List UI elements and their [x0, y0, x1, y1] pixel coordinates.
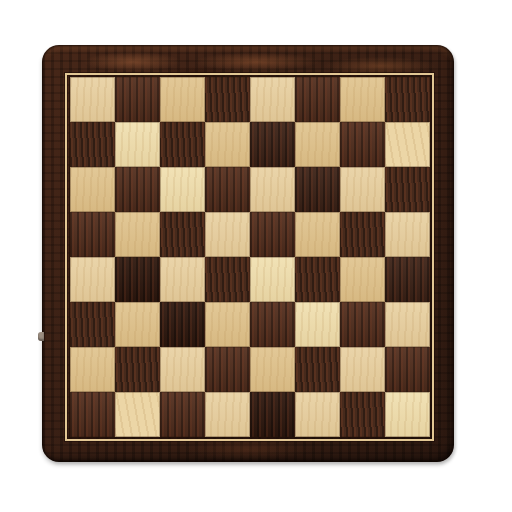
- square-g1: [340, 392, 385, 437]
- square-g6: [340, 167, 385, 212]
- square-e3: [250, 302, 295, 347]
- chess-board-frame: [42, 45, 454, 462]
- square-c5: [160, 212, 205, 257]
- square-a4: [70, 257, 115, 302]
- square-f5: [295, 212, 340, 257]
- square-a6: [70, 167, 115, 212]
- square-c6: [160, 167, 205, 212]
- square-f7: [295, 122, 340, 167]
- square-a3: [70, 302, 115, 347]
- square-h8: [385, 77, 430, 122]
- square-e5: [250, 212, 295, 257]
- square-a8: [70, 77, 115, 122]
- square-c4: [160, 257, 205, 302]
- square-c3: [160, 302, 205, 347]
- square-a7: [70, 122, 115, 167]
- square-g2: [340, 347, 385, 392]
- square-a1: [70, 392, 115, 437]
- square-b2: [115, 347, 160, 392]
- square-h4: [385, 257, 430, 302]
- square-b7: [115, 122, 160, 167]
- square-c8: [160, 77, 205, 122]
- square-e6: [250, 167, 295, 212]
- square-f8: [295, 77, 340, 122]
- square-b6: [115, 167, 160, 212]
- square-f3: [295, 302, 340, 347]
- square-b1: [115, 392, 160, 437]
- square-g3: [340, 302, 385, 347]
- square-c7: [160, 122, 205, 167]
- square-e2: [250, 347, 295, 392]
- square-h6: [385, 167, 430, 212]
- square-g5: [340, 212, 385, 257]
- square-d3: [205, 302, 250, 347]
- square-d5: [205, 212, 250, 257]
- square-h3: [385, 302, 430, 347]
- board-grid: [70, 77, 430, 437]
- square-g8: [340, 77, 385, 122]
- square-e4: [250, 257, 295, 302]
- square-b5: [115, 212, 160, 257]
- board-photo: [0, 0, 512, 512]
- square-b4: [115, 257, 160, 302]
- square-h2: [385, 347, 430, 392]
- square-f2: [295, 347, 340, 392]
- square-d1: [205, 392, 250, 437]
- square-h7: [385, 122, 430, 167]
- square-a2: [70, 347, 115, 392]
- square-f6: [295, 167, 340, 212]
- square-h5: [385, 212, 430, 257]
- square-g4: [340, 257, 385, 302]
- square-d7: [205, 122, 250, 167]
- square-d2: [205, 347, 250, 392]
- square-h1: [385, 392, 430, 437]
- square-e7: [250, 122, 295, 167]
- square-c2: [160, 347, 205, 392]
- square-d6: [205, 167, 250, 212]
- square-e8: [250, 77, 295, 122]
- square-b8: [115, 77, 160, 122]
- frame-clasp-nub: [38, 332, 44, 341]
- square-e1: [250, 392, 295, 437]
- square-d4: [205, 257, 250, 302]
- square-d8: [205, 77, 250, 122]
- square-c1: [160, 392, 205, 437]
- square-g7: [340, 122, 385, 167]
- square-b3: [115, 302, 160, 347]
- square-a5: [70, 212, 115, 257]
- square-f1: [295, 392, 340, 437]
- square-f4: [295, 257, 340, 302]
